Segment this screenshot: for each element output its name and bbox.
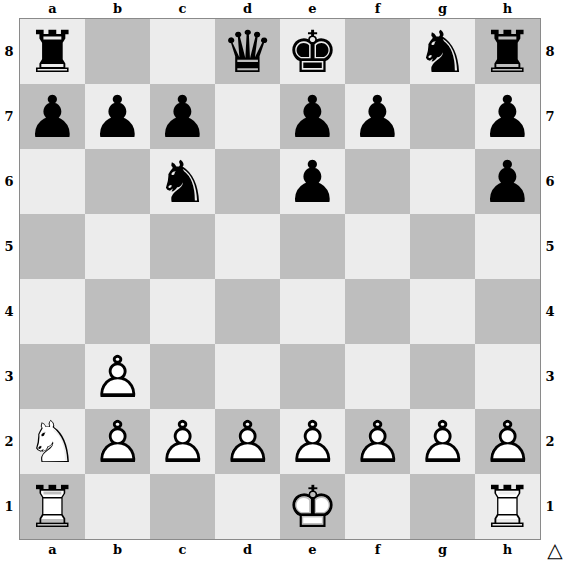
piece-white-rook[interactable]: ♖	[20, 474, 85, 539]
square-e8[interactable]: ♚	[280, 19, 345, 84]
file-label-f: f	[345, 541, 410, 559]
rank-label-6: 6	[541, 149, 559, 214]
square-h1[interactable]: ♜♖	[475, 474, 540, 539]
piece-black-rook[interactable]: ♜	[20, 19, 85, 84]
rank-label-7: 7	[541, 84, 559, 149]
square-b6[interactable]	[85, 149, 150, 214]
piece-black-king[interactable]: ♚	[280, 19, 345, 84]
piece-black-pawn[interactable]: ♟	[280, 84, 345, 149]
square-f6[interactable]	[345, 149, 410, 214]
square-h7[interactable]: ♟	[475, 84, 540, 149]
square-h8[interactable]: ♜	[475, 19, 540, 84]
square-f5[interactable]	[345, 214, 410, 279]
square-e1[interactable]: ♚♔	[280, 474, 345, 539]
piece-white-pawn[interactable]: ♙	[85, 409, 150, 474]
piece-white-rook[interactable]: ♖	[475, 474, 540, 539]
square-e2[interactable]: ♟♙	[280, 409, 345, 474]
piece-white-knight[interactable]: ♘	[20, 409, 85, 474]
square-f4[interactable]	[345, 279, 410, 344]
rank-label-4: 4	[0, 279, 18, 344]
piece-white-pawn[interactable]: ♙	[410, 409, 475, 474]
file-label-c: c	[150, 0, 215, 18]
square-f8[interactable]	[345, 19, 410, 84]
white-rook-fill: ♜	[475, 474, 540, 539]
piece-white-pawn[interactable]: ♙	[150, 409, 215, 474]
file-label-d: d	[215, 541, 280, 559]
white-pawn-fill: ♟	[345, 409, 410, 474]
rank-label-6: 6	[0, 149, 18, 214]
piece-black-queen[interactable]: ♛	[215, 19, 280, 84]
square-e4[interactable]	[280, 279, 345, 344]
rank-labels-left: 87654321	[0, 19, 18, 539]
square-b5[interactable]	[85, 214, 150, 279]
white-pawn-fill: ♟	[85, 344, 150, 409]
rank-label-8: 8	[0, 19, 18, 84]
white-pawn-fill: ♟	[150, 409, 215, 474]
piece-black-pawn[interactable]: ♟	[150, 84, 215, 149]
square-h5[interactable]	[475, 214, 540, 279]
square-f1[interactable]	[345, 474, 410, 539]
square-e7[interactable]: ♟	[280, 84, 345, 149]
rank-labels-right: 87654321	[541, 19, 559, 539]
rank-label-2: 2	[541, 409, 559, 474]
file-label-e: e	[280, 0, 345, 18]
square-d5[interactable]	[215, 214, 280, 279]
piece-white-pawn[interactable]: ♙	[85, 344, 150, 409]
square-h3[interactable]	[475, 344, 540, 409]
white-pawn-fill: ♟	[215, 409, 280, 474]
piece-black-rook[interactable]: ♜	[475, 19, 540, 84]
file-label-c: c	[150, 541, 215, 559]
white-pawn-fill: ♟	[280, 409, 345, 474]
square-a2[interactable]: ♞♘	[20, 409, 85, 474]
square-c6[interactable]: ♞	[150, 149, 215, 214]
square-c7[interactable]: ♟	[150, 84, 215, 149]
file-label-h: h	[475, 541, 540, 559]
piece-white-pawn[interactable]: ♙	[280, 409, 345, 474]
piece-white-pawn[interactable]: ♙	[345, 409, 410, 474]
square-a8[interactable]: ♜	[20, 19, 85, 84]
file-label-g: g	[410, 0, 475, 18]
square-b8[interactable]	[85, 19, 150, 84]
white-rook-fill: ♜	[20, 474, 85, 539]
square-b4[interactable]	[85, 279, 150, 344]
square-a6[interactable]	[20, 149, 85, 214]
piece-black-pawn[interactable]: ♟	[20, 84, 85, 149]
file-label-a: a	[20, 541, 85, 559]
square-d4[interactable]	[215, 279, 280, 344]
file-label-b: b	[85, 0, 150, 18]
square-b3[interactable]: ♟♙	[85, 344, 150, 409]
white-pawn-fill: ♟	[475, 409, 540, 474]
chess-board: ♜♛♚♞♜♟♟♟♟♟♟♞♟♟♟♙♞♘♟♙♟♙♟♙♟♙♟♙♟♙♟♙♜♖♚♔♜♖	[19, 18, 541, 540]
square-f7[interactable]: ♟	[345, 84, 410, 149]
square-h4[interactable]	[475, 279, 540, 344]
rank-label-7: 7	[0, 84, 18, 149]
square-g5[interactable]	[410, 214, 475, 279]
square-c3[interactable]	[150, 344, 215, 409]
square-c1[interactable]	[150, 474, 215, 539]
white-knight-fill: ♞	[20, 409, 85, 474]
white-pawn-fill: ♟	[410, 409, 475, 474]
rank-label-1: 1	[0, 474, 18, 539]
square-d8[interactable]: ♛	[215, 19, 280, 84]
white-pawn-fill: ♟	[85, 409, 150, 474]
square-d2[interactable]: ♟♙	[215, 409, 280, 474]
white-to-move-indicator: △	[541, 536, 569, 564]
rank-label-1: 1	[541, 474, 559, 539]
square-g1[interactable]	[410, 474, 475, 539]
square-g3[interactable]	[410, 344, 475, 409]
piece-white-king[interactable]: ♔	[280, 474, 345, 539]
square-a3[interactable]	[20, 344, 85, 409]
square-h6[interactable]: ♟	[475, 149, 540, 214]
file-label-g: g	[410, 541, 475, 559]
piece-white-pawn[interactable]: ♙	[215, 409, 280, 474]
square-g6[interactable]	[410, 149, 475, 214]
chess-diagram: abcdefgh 87654321 ♜♛♚♞♜♟♟♟♟♟♟♞♟♟♟♙♞♘♟♙♟♙…	[0, 0, 573, 564]
file-label-b: b	[85, 541, 150, 559]
rank-label-8: 8	[541, 19, 559, 84]
file-label-e: e	[280, 541, 345, 559]
square-b2[interactable]: ♟♙	[85, 409, 150, 474]
square-d3[interactable]	[215, 344, 280, 409]
piece-white-pawn[interactable]: ♙	[475, 409, 540, 474]
piece-black-pawn[interactable]: ♟	[475, 149, 540, 214]
square-c8[interactable]	[150, 19, 215, 84]
piece-black-knight[interactable]: ♞	[150, 149, 215, 214]
square-a1[interactable]: ♜♖	[20, 474, 85, 539]
file-label-a: a	[20, 0, 85, 18]
piece-black-pawn[interactable]: ♟	[475, 84, 540, 149]
rank-label-4: 4	[541, 279, 559, 344]
piece-black-pawn[interactable]: ♟	[345, 84, 410, 149]
rank-label-3: 3	[0, 344, 18, 409]
square-c5[interactable]	[150, 214, 215, 279]
file-label-h: h	[475, 0, 540, 18]
square-f2[interactable]: ♟♙	[345, 409, 410, 474]
square-g7[interactable]	[410, 84, 475, 149]
square-g4[interactable]	[410, 279, 475, 344]
square-e3[interactable]	[280, 344, 345, 409]
piece-black-pawn[interactable]: ♟	[85, 84, 150, 149]
square-f3[interactable]	[345, 344, 410, 409]
file-label-f: f	[345, 0, 410, 18]
square-e6[interactable]: ♟	[280, 149, 345, 214]
square-e5[interactable]	[280, 214, 345, 279]
square-a7[interactable]: ♟	[20, 84, 85, 149]
square-c4[interactable]	[150, 279, 215, 344]
square-b1[interactable]	[85, 474, 150, 539]
square-g2[interactable]: ♟♙	[410, 409, 475, 474]
file-label-d: d	[215, 0, 280, 18]
square-d6[interactable]	[215, 149, 280, 214]
square-a5[interactable]	[20, 214, 85, 279]
square-h2[interactable]: ♟♙	[475, 409, 540, 474]
square-d7[interactable]	[215, 84, 280, 149]
piece-black-knight[interactable]: ♞	[410, 19, 475, 84]
square-d1[interactable]	[215, 474, 280, 539]
square-g8[interactable]: ♞	[410, 19, 475, 84]
square-a4[interactable]	[20, 279, 85, 344]
rank-label-5: 5	[0, 214, 18, 279]
rank-label-2: 2	[0, 409, 18, 474]
rank-label-3: 3	[541, 344, 559, 409]
rank-label-5: 5	[541, 214, 559, 279]
file-labels-bottom: abcdefgh	[20, 541, 540, 559]
square-b7[interactable]: ♟	[85, 84, 150, 149]
square-c2[interactable]: ♟♙	[150, 409, 215, 474]
piece-black-pawn[interactable]: ♟	[280, 149, 345, 214]
file-labels-top: abcdefgh	[20, 0, 540, 18]
white-king-fill: ♚	[280, 474, 345, 539]
